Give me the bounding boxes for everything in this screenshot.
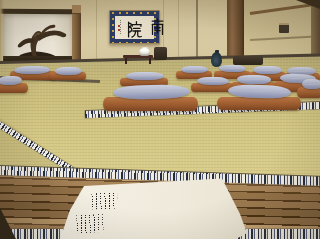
- lavender-pillow: [302, 78, 320, 89]
- white-censer-bowl: [139, 48, 150, 57]
- tatami-room-photo: 南院: [0, 0, 320, 239]
- lavender-pillow: [55, 66, 82, 74]
- text-column-group: [91, 193, 111, 210]
- lavender-pillow: [113, 84, 190, 99]
- lavender-pillow: [126, 72, 164, 80]
- altar-table: [123, 55, 153, 64]
- lavender-pillow: [197, 76, 229, 85]
- dark-stand: [154, 47, 167, 60]
- lavender-pillow: [14, 65, 50, 74]
- text-column-group: [76, 214, 94, 233]
- lavender-pillow: [181, 66, 208, 73]
- low-bench: [233, 56, 263, 65]
- table-leg: [125, 58, 127, 64]
- zabuton-cushion: [217, 97, 301, 110]
- lavender-pillow: [237, 75, 271, 85]
- floor-vase: [211, 52, 222, 67]
- lavender-pillow: [253, 66, 282, 75]
- lavender-pillow: [219, 65, 246, 72]
- table-leg: [149, 58, 151, 64]
- zabuton-cushion: [103, 97, 198, 111]
